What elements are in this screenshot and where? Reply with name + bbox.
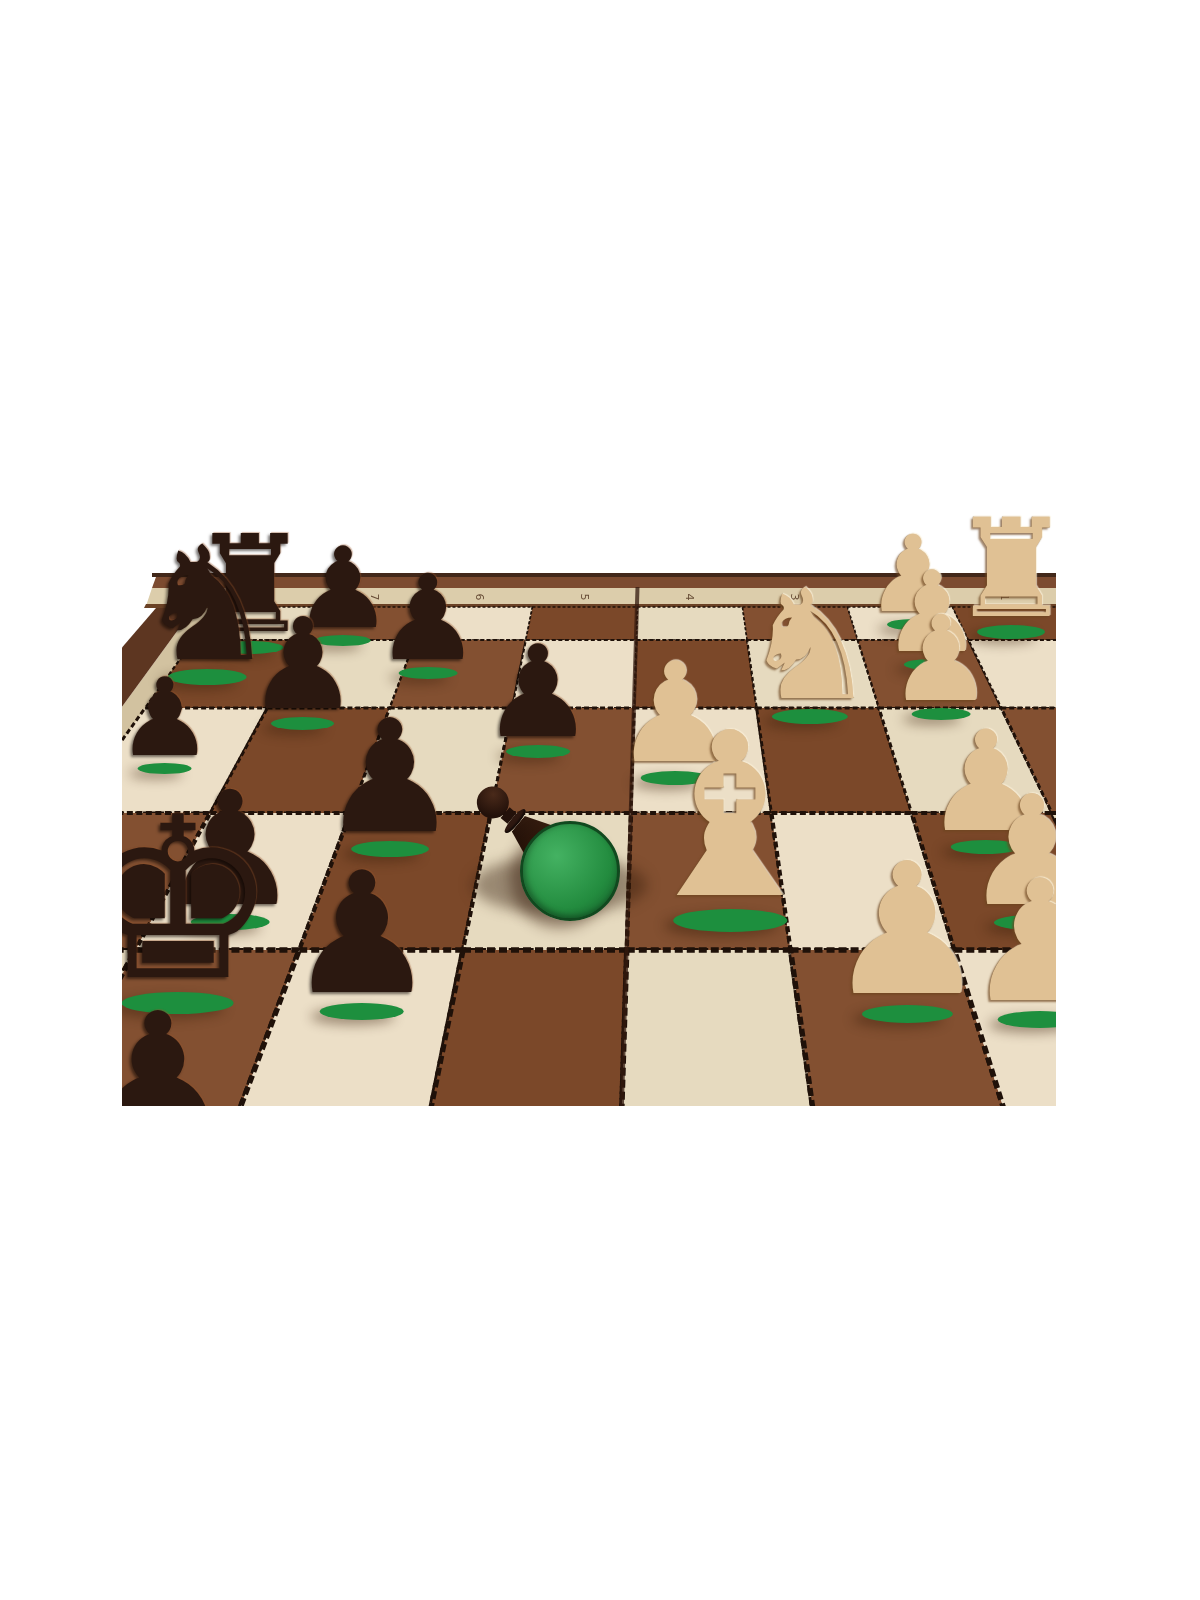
green-felt-base bbox=[520, 821, 620, 921]
rank-label-6: 6 bbox=[473, 594, 486, 601]
chess-board: 87654321 bbox=[122, 460, 1056, 1106]
product-photo-page: { "game": "chess", "scene": { "descripti… bbox=[0, 0, 1200, 1600]
chess-set-photo: 87654321 ♜♞♟♟♟♟♟♟♟♚♟♟♟♟♟♜♞♟♝♟♟♟♟ bbox=[122, 460, 1056, 1106]
rank-label-5: 5 bbox=[578, 594, 591, 601]
rank-label-4: 4 bbox=[683, 594, 696, 601]
rank-label-8: 8 bbox=[263, 594, 276, 601]
rank-label-1: 1 bbox=[998, 594, 1011, 601]
rank-label-7: 7 bbox=[368, 594, 381, 601]
rank-label-2: 2 bbox=[893, 594, 906, 601]
rank-label-3: 3 bbox=[788, 594, 801, 601]
